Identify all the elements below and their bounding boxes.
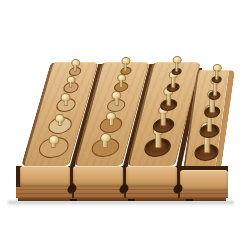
knobbed-cylinder [55,114,65,126]
cylinder-stem [175,62,179,72]
bottom-slot [128,199,135,201]
knobbed-cylinder [60,93,70,106]
knobbed-cylinder [121,57,130,72]
cylinder-stem [154,134,161,148]
cylinder-stem [108,119,113,126]
cylinder-stem [123,63,127,72]
floor-shadow [8,201,234,206]
block-end-face-1 [20,166,70,187]
cylinder-stem [170,77,175,88]
cylinder-stem [102,141,108,148]
knobbed-cylinder [106,112,116,126]
cylinder-stem [69,82,73,88]
cylinder-stem [57,121,62,126]
knobbed-cylinder [117,74,126,88]
block-end-face-3 [126,166,177,187]
cylinder-stem [215,70,219,80]
bottom-slot [186,199,193,201]
cylinder-stem [212,83,217,96]
knobbed-cylinder [66,76,75,88]
knobbed-cylinder [48,135,59,148]
product-photo-montessori-cylinder-blocks [0,0,240,240]
cylinder-stem [160,113,166,126]
bottom-slot [70,199,77,201]
knobbed-cylinder [212,64,221,80]
knobbed-cylinder [172,56,181,72]
cylinder-stem [119,80,123,88]
knobbed-cylinder [71,59,80,72]
bottom-edge [18,198,226,201]
cylinder-stem [50,143,56,148]
cylinder-stem [73,65,77,72]
cylinder-stem [166,94,171,106]
block-end-face-2 [73,166,123,187]
cylinder-stem [63,100,68,106]
cylinder-stem [114,98,119,106]
knobbed-cylinder [111,91,121,106]
block-end-face-4 [180,170,228,191]
knobbed-cylinder [100,133,111,148]
